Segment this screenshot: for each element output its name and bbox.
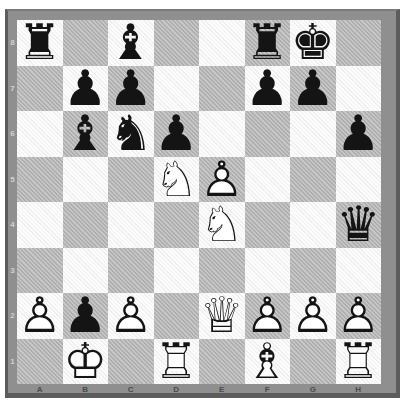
- square-b8[interactable]: [63, 20, 109, 66]
- piece-white-rook[interactable]: ♜♖: [154, 339, 200, 385]
- piece-glyph: ♙: [17, 293, 63, 339]
- piece-black-rook[interactable]: ♜: [245, 20, 291, 66]
- piece-glyph: ♝: [108, 20, 154, 66]
- square-b5[interactable]: [63, 157, 109, 203]
- piece-glyph: ♕: [199, 293, 245, 339]
- square-b1[interactable]: ♚♔: [63, 339, 109, 385]
- rank-label-3: 3: [8, 267, 17, 275]
- square-b6[interactable]: ♝: [63, 111, 109, 157]
- square-f8[interactable]: ♜: [245, 20, 291, 66]
- square-h4[interactable]: ♛: [336, 202, 382, 248]
- square-g1[interactable]: [290, 339, 336, 385]
- piece-white-bishop[interactable]: ♝♗: [245, 339, 291, 385]
- chess-board: ♜♝♜♚♟♟♟♟♝♞♟♟♞♘♟♙♞♘♛♟♙♟♟♙♛♕♟♙♟♙♟♙♚♔♜♖♝♗♜♖: [17, 20, 381, 384]
- square-f2[interactable]: ♟♙: [245, 293, 291, 339]
- piece-glyph: ♙: [336, 293, 382, 339]
- piece-glyph: ♙: [108, 293, 154, 339]
- piece-white-pawn[interactable]: ♟♙: [290, 293, 336, 339]
- square-e8[interactable]: [199, 20, 245, 66]
- piece-black-bishop[interactable]: ♝: [108, 20, 154, 66]
- rank-label-7: 7: [8, 85, 17, 93]
- file-label-b: B: [63, 386, 109, 394]
- square-f4[interactable]: [245, 202, 291, 248]
- square-g4[interactable]: [290, 202, 336, 248]
- piece-black-knight[interactable]: ♞: [108, 111, 154, 157]
- piece-glyph: ♔: [63, 339, 109, 385]
- square-d8[interactable]: [154, 20, 200, 66]
- piece-glyph: ♟: [63, 293, 109, 339]
- piece-white-pawn[interactable]: ♟♙: [108, 293, 154, 339]
- square-f7[interactable]: ♟: [245, 66, 291, 112]
- square-c4[interactable]: [108, 202, 154, 248]
- square-h2[interactable]: ♟♙: [336, 293, 382, 339]
- piece-glyph: ♝: [63, 111, 109, 157]
- piece-white-queen[interactable]: ♛♕: [199, 293, 245, 339]
- piece-white-king[interactable]: ♚♔: [63, 339, 109, 385]
- square-g6[interactable]: [290, 111, 336, 157]
- square-f5[interactable]: [245, 157, 291, 203]
- square-f6[interactable]: [245, 111, 291, 157]
- piece-glyph: ♟: [290, 66, 336, 112]
- file-label-e: E: [199, 386, 245, 394]
- square-d2[interactable]: [154, 293, 200, 339]
- piece-glyph: ♜: [17, 20, 63, 66]
- square-c6[interactable]: ♞: [108, 111, 154, 157]
- square-e1[interactable]: [199, 339, 245, 385]
- square-a1[interactable]: [17, 339, 63, 385]
- piece-black-rook[interactable]: ♜: [17, 20, 63, 66]
- square-a2[interactable]: ♟♙: [17, 293, 63, 339]
- square-a7[interactable]: [17, 66, 63, 112]
- square-d5[interactable]: ♞♘: [154, 157, 200, 203]
- piece-glyph: ♜: [245, 20, 291, 66]
- file-label-g: G: [290, 386, 336, 394]
- file-label-f: F: [245, 386, 291, 394]
- square-a4[interactable]: [17, 202, 63, 248]
- square-e6[interactable]: [199, 111, 245, 157]
- piece-white-pawn[interactable]: ♟♙: [336, 293, 382, 339]
- square-g5[interactable]: [290, 157, 336, 203]
- piece-glyph: ♘: [154, 157, 200, 203]
- square-c8[interactable]: ♝: [108, 20, 154, 66]
- piece-white-pawn[interactable]: ♟♙: [17, 293, 63, 339]
- square-d4[interactable]: [154, 202, 200, 248]
- square-e7[interactable]: [199, 66, 245, 112]
- square-c1[interactable]: [108, 339, 154, 385]
- piece-black-pawn[interactable]: ♟: [154, 111, 200, 157]
- piece-glyph: ♙: [290, 293, 336, 339]
- square-a5[interactable]: [17, 157, 63, 203]
- piece-white-rook[interactable]: ♜♖: [336, 339, 382, 385]
- square-d3[interactable]: [154, 248, 200, 294]
- square-a6[interactable]: [17, 111, 63, 157]
- rank-label-4: 4: [8, 221, 17, 229]
- piece-glyph: ♞: [108, 111, 154, 157]
- rank-label-8: 8: [8, 39, 17, 47]
- rank-label-5: 5: [8, 176, 17, 184]
- piece-glyph: ♖: [154, 339, 200, 385]
- piece-white-pawn[interactable]: ♟♙: [245, 293, 291, 339]
- piece-black-pawn[interactable]: ♟: [63, 293, 109, 339]
- piece-black-bishop[interactable]: ♝: [63, 111, 109, 157]
- square-b4[interactable]: [63, 202, 109, 248]
- file-label-h: H: [336, 386, 382, 394]
- piece-black-pawn[interactable]: ♟: [336, 111, 382, 157]
- square-e2[interactable]: ♛♕: [199, 293, 245, 339]
- chess-board-frame: ♜♝♜♚♟♟♟♟♝♞♟♟♞♘♟♙♞♘♛♟♙♟♟♙♛♕♟♙♟♙♟♙♚♔♜♖♝♗♜♖…: [5, 9, 400, 398]
- square-f1[interactable]: ♝♗: [245, 339, 291, 385]
- square-g8[interactable]: ♚: [290, 20, 336, 66]
- piece-glyph: ♙: [245, 293, 291, 339]
- square-h1[interactable]: ♜♖: [336, 339, 382, 385]
- file-label-a: A: [17, 386, 63, 394]
- piece-white-knight[interactable]: ♞♘: [199, 202, 245, 248]
- square-h6[interactable]: ♟: [336, 111, 382, 157]
- piece-black-king[interactable]: ♚: [290, 20, 336, 66]
- square-b2[interactable]: ♟: [63, 293, 109, 339]
- piece-glyph: ♗: [245, 339, 291, 385]
- square-h8[interactable]: [336, 20, 382, 66]
- square-g7[interactable]: ♟: [290, 66, 336, 112]
- square-d1[interactable]: ♜♖: [154, 339, 200, 385]
- file-label-c: C: [108, 386, 154, 394]
- piece-black-queen[interactable]: ♛: [336, 202, 382, 248]
- file-label-d: D: [154, 386, 200, 394]
- rank-label-1: 1: [8, 358, 17, 366]
- piece-glyph: ♖: [336, 339, 382, 385]
- square-e4[interactable]: ♞♘: [199, 202, 245, 248]
- piece-black-pawn[interactable]: ♟: [245, 66, 291, 112]
- piece-glyph: ♚: [290, 20, 336, 66]
- square-c5[interactable]: [108, 157, 154, 203]
- square-d6[interactable]: ♟: [154, 111, 200, 157]
- piece-glyph: ♟: [336, 111, 382, 157]
- piece-glyph: ♟: [245, 66, 291, 112]
- square-c2[interactable]: ♟♙: [108, 293, 154, 339]
- rank-label-2: 2: [8, 312, 17, 320]
- square-g2[interactable]: ♟♙: [290, 293, 336, 339]
- piece-white-knight[interactable]: ♞♘: [154, 157, 200, 203]
- piece-glyph: ♘: [199, 202, 245, 248]
- rank-label-6: 6: [8, 130, 17, 138]
- square-a8[interactable]: ♜: [17, 20, 63, 66]
- piece-black-pawn[interactable]: ♟: [290, 66, 336, 112]
- piece-glyph: ♛: [336, 202, 382, 248]
- piece-glyph: ♟: [154, 111, 200, 157]
